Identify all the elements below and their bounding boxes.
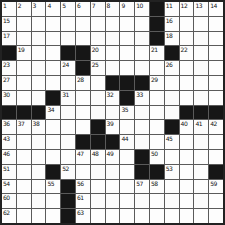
clue-number-51: 51 — [3, 165, 10, 172]
white-cell-r6c15[interactable] — [209, 76, 223, 90]
white-cell-r11c15[interactable] — [209, 150, 223, 164]
clue-number-55: 55 — [47, 180, 54, 187]
crossword-grid: 1234567891011121314151617181920212223242… — [0, 0, 225, 225]
white-cell-r5c5[interactable]: 24 — [61, 61, 75, 75]
white-cell-r10c1[interactable]: 43 — [2, 135, 16, 149]
white-cell-r4c14[interactable] — [194, 46, 208, 60]
white-cell-r1c10[interactable]: 10 — [135, 2, 149, 16]
white-cell-r2c4[interactable] — [46, 17, 60, 31]
white-cell-r7c5[interactable]: 31 — [61, 91, 75, 105]
clue-number-23: 23 — [3, 61, 10, 68]
white-cell-r6c11[interactable]: 29 — [150, 76, 164, 90]
clue-number-13: 13 — [195, 2, 202, 9]
white-cell-r13c13[interactable] — [180, 180, 194, 194]
clue-number-22: 22 — [181, 46, 188, 53]
white-cell-r3c7[interactable] — [91, 32, 105, 46]
clue-number-61: 61 — [77, 194, 84, 201]
clue-number-29: 29 — [151, 76, 158, 83]
white-cell-r8c8[interactable] — [106, 106, 120, 120]
clue-number-12: 12 — [181, 2, 188, 9]
white-cell-r1c14[interactable]: 13 — [194, 2, 208, 16]
white-cell-r12c9[interactable] — [120, 165, 134, 179]
white-cell-r7c13[interactable] — [180, 91, 194, 105]
white-cell-r11c13[interactable] — [180, 150, 194, 164]
black-cell-r4c12 — [165, 46, 179, 60]
black-cell-r1c11 — [150, 2, 164, 16]
white-cell-r6c4[interactable] — [46, 76, 60, 90]
white-cell-r8c4[interactable]: 34 — [46, 106, 60, 120]
white-cell-r5c4[interactable] — [46, 61, 60, 75]
white-cell-r15c11[interactable] — [150, 209, 164, 223]
white-cell-r14c9[interactable] — [120, 194, 134, 208]
white-cell-r7c10[interactable]: 33 — [135, 91, 149, 105]
white-cell-r10c14[interactable] — [194, 135, 208, 149]
clue-number-5: 5 — [62, 2, 65, 9]
white-cell-r5c1[interactable]: 23 — [2, 61, 16, 75]
black-cell-r10c8 — [106, 135, 120, 149]
white-cell-r14c8[interactable] — [106, 194, 120, 208]
white-cell-r12c7[interactable] — [91, 165, 105, 179]
white-cell-r14c12[interactable] — [165, 194, 179, 208]
white-cell-r7c7[interactable] — [91, 91, 105, 105]
white-cell-r5c9[interactable] — [120, 61, 134, 75]
black-cell-r10c7 — [91, 135, 105, 149]
white-cell-r3c12[interactable]: 18 — [165, 32, 179, 46]
black-cell-r2c11 — [150, 17, 164, 31]
white-cell-r1c7[interactable]: 7 — [91, 2, 105, 16]
white-cell-r14c1[interactable]: 60 — [2, 194, 16, 208]
white-cell-r14c6[interactable]: 61 — [76, 194, 90, 208]
clue-number-57: 57 — [136, 180, 143, 187]
white-cell-r4c11[interactable]: 21 — [150, 46, 164, 60]
white-cell-r13c12[interactable] — [165, 180, 179, 194]
clue-number-24: 24 — [62, 61, 69, 68]
black-cell-r5c6 — [76, 61, 90, 75]
clue-number-15: 15 — [3, 17, 10, 24]
clue-number-19: 19 — [18, 46, 25, 53]
white-cell-r13c15[interactable]: 59 — [209, 180, 223, 194]
clue-number-21: 21 — [151, 46, 158, 53]
black-cell-r12c4 — [46, 165, 60, 179]
clue-number-41: 41 — [195, 120, 202, 127]
clue-number-40: 40 — [181, 120, 188, 127]
white-cell-r13c8[interactable] — [106, 180, 120, 194]
white-cell-r1c15[interactable]: 14 — [209, 2, 223, 16]
white-cell-r13c10[interactable]: 57 — [135, 180, 149, 194]
white-cell-r11c6[interactable]: 47 — [76, 150, 90, 164]
clue-number-18: 18 — [166, 32, 173, 39]
white-cell-r11c7[interactable]: 48 — [91, 150, 105, 164]
white-cell-r5c13[interactable] — [180, 61, 194, 75]
white-cell-r1c12[interactable]: 11 — [165, 2, 179, 16]
white-cell-r9c6[interactable] — [76, 120, 90, 134]
black-cell-r14c5 — [61, 194, 75, 208]
white-cell-r9c9[interactable] — [120, 120, 134, 134]
white-cell-r9c5[interactable] — [61, 120, 75, 134]
white-cell-r1c9[interactable]: 9 — [120, 2, 134, 16]
white-cell-r14c11[interactable] — [150, 194, 164, 208]
white-cell-r11c9[interactable] — [120, 150, 134, 164]
white-cell-r8c9[interactable]: 35 — [120, 106, 134, 120]
clue-number-9: 9 — [121, 2, 124, 9]
white-cell-r10c2[interactable] — [17, 135, 31, 149]
white-cell-r10c3[interactable] — [32, 135, 46, 149]
white-cell-r13c9[interactable] — [120, 180, 134, 194]
white-cell-r2c13[interactable] — [180, 17, 194, 31]
white-cell-r10c11[interactable] — [150, 135, 164, 149]
clue-number-11: 11 — [166, 2, 173, 9]
white-cell-r7c3[interactable] — [32, 91, 46, 105]
black-cell-r8c1 — [2, 106, 16, 120]
white-cell-r13c3[interactable] — [32, 180, 46, 194]
white-cell-r12c5[interactable]: 52 — [61, 165, 75, 179]
white-cell-r3c9[interactable] — [120, 32, 134, 46]
white-cell-r10c9[interactable]: 44 — [120, 135, 134, 149]
white-cell-r6c7[interactable] — [91, 76, 105, 90]
clue-number-48: 48 — [92, 150, 99, 157]
white-cell-r5c14[interactable] — [194, 61, 208, 75]
white-cell-r4c8[interactable] — [106, 46, 120, 60]
clue-number-20: 20 — [92, 46, 99, 53]
clue-number-39: 39 — [107, 120, 114, 127]
white-cell-r8c6[interactable] — [76, 106, 90, 120]
white-cell-r6c3[interactable] — [32, 76, 46, 90]
white-cell-r9c11[interactable] — [150, 120, 164, 134]
white-cell-r6c6[interactable]: 28 — [76, 76, 90, 90]
white-cell-r2c12[interactable]: 16 — [165, 17, 179, 31]
white-cell-r14c13[interactable] — [180, 194, 194, 208]
white-cell-r3c5[interactable] — [61, 32, 75, 46]
white-cell-r1c1[interactable]: 1 — [2, 2, 16, 16]
white-cell-r13c6[interactable]: 56 — [76, 180, 90, 194]
white-cell-r15c6[interactable]: 63 — [76, 209, 90, 223]
black-cell-r3c11 — [150, 32, 164, 46]
white-cell-r7c8[interactable]: 32 — [106, 91, 120, 105]
white-cell-r15c1[interactable]: 62 — [2, 209, 16, 223]
black-cell-r13c5 — [61, 180, 75, 194]
white-cell-r15c14[interactable] — [194, 209, 208, 223]
clue-number-6: 6 — [77, 2, 80, 9]
white-cell-r3c2[interactable] — [17, 32, 31, 46]
white-cell-r8c10[interactable] — [135, 106, 149, 120]
white-cell-r14c7[interactable] — [91, 194, 105, 208]
white-cell-r9c8[interactable]: 39 — [106, 120, 120, 134]
white-cell-r14c14[interactable] — [194, 194, 208, 208]
white-cell-r1c6[interactable]: 6 — [76, 2, 90, 16]
white-cell-r3c1[interactable]: 17 — [2, 32, 16, 46]
black-cell-r8c14 — [194, 106, 208, 120]
white-cell-r2c3[interactable] — [32, 17, 46, 31]
white-cell-r9c4[interactable] — [46, 120, 60, 134]
clue-number-56: 56 — [77, 180, 84, 187]
black-cell-r9c7 — [91, 120, 105, 134]
clue-number-38: 38 — [33, 120, 40, 127]
white-cell-r9c3[interactable]: 38 — [32, 120, 46, 134]
clue-number-54: 54 — [3, 180, 10, 187]
white-cell-r7c15[interactable] — [209, 91, 223, 105]
white-cell-r13c7[interactable] — [91, 180, 105, 194]
white-cell-r8c11[interactable] — [150, 106, 164, 120]
white-cell-r14c15[interactable] — [209, 194, 223, 208]
white-cell-r5c7[interactable]: 25 — [91, 61, 105, 75]
white-cell-r8c5[interactable] — [61, 106, 75, 120]
clue-number-31: 31 — [62, 91, 69, 98]
white-cell-r10c10[interactable] — [135, 135, 149, 149]
white-cell-r1c8[interactable]: 8 — [106, 2, 120, 16]
white-cell-r14c4[interactable] — [46, 194, 60, 208]
white-cell-r11c1[interactable]: 46 — [2, 150, 16, 164]
white-cell-r13c1[interactable]: 54 — [2, 180, 16, 194]
black-cell-r10c6 — [76, 135, 90, 149]
white-cell-r7c12[interactable] — [165, 91, 179, 105]
clue-number-28: 28 — [77, 76, 84, 83]
clue-number-3: 3 — [33, 2, 36, 9]
black-cell-r8c13 — [180, 106, 194, 120]
white-cell-r4c15[interactable] — [209, 46, 223, 60]
clue-number-7: 7 — [92, 2, 95, 9]
black-cell-r7c9 — [120, 91, 134, 105]
black-cell-r6c10 — [135, 76, 149, 90]
white-cell-r12c6[interactable] — [76, 165, 90, 179]
black-cell-r4c1 — [2, 46, 16, 60]
white-cell-r6c13[interactable] — [180, 76, 194, 90]
white-cell-r14c3[interactable] — [32, 194, 46, 208]
clue-number-17: 17 — [3, 32, 10, 39]
clue-number-25: 25 — [92, 61, 99, 68]
white-cell-r3c15[interactable] — [209, 32, 223, 46]
white-cell-r9c2[interactable]: 37 — [17, 120, 31, 134]
white-cell-r7c2[interactable] — [17, 91, 31, 105]
white-cell-r12c3[interactable] — [32, 165, 46, 179]
white-cell-r4c3[interactable] — [32, 46, 46, 60]
clue-number-44: 44 — [121, 135, 128, 142]
white-cell-r8c12[interactable] — [165, 106, 179, 120]
white-cell-r3c10[interactable] — [135, 32, 149, 46]
white-cell-r6c12[interactable] — [165, 76, 179, 90]
white-cell-r2c10[interactable] — [135, 17, 149, 31]
white-cell-r6c2[interactable] — [17, 76, 31, 90]
white-cell-r14c10[interactable] — [135, 194, 149, 208]
white-cell-r5c12[interactable]: 26 — [165, 61, 179, 75]
white-cell-r12c13[interactable] — [180, 165, 194, 179]
white-cell-r11c11[interactable]: 50 — [150, 150, 164, 164]
clue-number-49: 49 — [107, 150, 114, 157]
clue-number-34: 34 — [47, 106, 54, 113]
white-cell-r5c8[interactable] — [106, 61, 120, 75]
clue-number-53: 53 — [166, 165, 173, 172]
white-cell-r15c12[interactable] — [165, 209, 179, 223]
white-cell-r10c12[interactable]: 45 — [165, 135, 179, 149]
clue-number-4: 4 — [47, 2, 50, 9]
white-cell-r7c11[interactable] — [150, 91, 164, 105]
white-cell-r2c2[interactable] — [17, 17, 31, 31]
white-cell-r3c13[interactable] — [180, 32, 194, 46]
black-cell-r6c8 — [106, 76, 120, 90]
white-cell-r13c14[interactable] — [194, 180, 208, 194]
clue-number-46: 46 — [3, 150, 10, 157]
clue-number-33: 33 — [136, 91, 143, 98]
clue-number-59: 59 — [210, 180, 217, 187]
clue-number-63: 63 — [77, 209, 84, 216]
white-cell-r13c2[interactable] — [17, 180, 31, 194]
white-cell-r9c10[interactable] — [135, 120, 149, 134]
white-cell-r11c3[interactable] — [32, 150, 46, 164]
white-cell-r1c2[interactable]: 2 — [17, 2, 31, 16]
white-cell-r5c2[interactable] — [17, 61, 31, 75]
clue-number-26: 26 — [166, 61, 173, 68]
clue-number-52: 52 — [62, 165, 69, 172]
white-cell-r3c3[interactable] — [32, 32, 46, 46]
white-cell-r12c14[interactable] — [194, 165, 208, 179]
clue-number-2: 2 — [18, 2, 21, 9]
white-cell-r11c14[interactable] — [194, 150, 208, 164]
black-cell-r12c10 — [135, 165, 149, 179]
black-cell-r4c5 — [61, 46, 75, 60]
white-cell-r8c7[interactable] — [91, 106, 105, 120]
clue-number-27: 27 — [3, 76, 10, 83]
white-cell-r13c11[interactable]: 58 — [150, 180, 164, 194]
white-cell-r6c1[interactable]: 27 — [2, 76, 16, 90]
clue-number-47: 47 — [77, 150, 84, 157]
white-cell-r1c4[interactable]: 4 — [46, 2, 60, 16]
white-cell-r2c6[interactable] — [76, 17, 90, 31]
black-cell-r8c2 — [17, 106, 31, 120]
white-cell-r9c15[interactable]: 42 — [209, 120, 223, 134]
black-cell-r12c11 — [150, 165, 164, 179]
white-cell-r15c7[interactable] — [91, 209, 105, 223]
white-cell-r12c1[interactable]: 51 — [2, 165, 16, 179]
white-cell-r2c5[interactable] — [61, 17, 75, 31]
white-cell-r6c14[interactable] — [194, 76, 208, 90]
white-cell-r5c3[interactable] — [32, 61, 46, 75]
clue-number-37: 37 — [18, 120, 25, 127]
white-cell-r11c2[interactable] — [17, 150, 31, 164]
black-cell-r8c15 — [209, 106, 223, 120]
white-cell-r1c3[interactable]: 3 — [32, 2, 46, 16]
black-cell-r7c4 — [46, 91, 60, 105]
clue-number-35: 35 — [121, 106, 128, 113]
white-cell-r10c13[interactable] — [180, 135, 194, 149]
white-cell-r10c15[interactable] — [209, 135, 223, 149]
clue-number-10: 10 — [136, 2, 143, 9]
white-cell-r1c5[interactable]: 5 — [61, 2, 75, 16]
white-cell-r6c5[interactable] — [61, 76, 75, 90]
white-cell-r9c1[interactable]: 36 — [2, 120, 16, 134]
white-cell-r3c6[interactable] — [76, 32, 90, 46]
white-cell-r3c4[interactable] — [46, 32, 60, 46]
clue-number-58: 58 — [151, 180, 158, 187]
white-cell-r15c9[interactable] — [120, 209, 134, 223]
crossword-puzzle: 1234567891011121314151617181920212223242… — [0, 0, 225, 225]
clue-number-62: 62 — [3, 209, 10, 216]
clue-number-8: 8 — [107, 2, 110, 9]
white-cell-r4c10[interactable] — [135, 46, 149, 60]
clue-number-30: 30 — [3, 91, 10, 98]
white-cell-r9c14[interactable]: 41 — [194, 120, 208, 134]
white-cell-r5c15[interactable] — [209, 61, 223, 75]
white-cell-r11c12[interactable] — [165, 150, 179, 164]
white-cell-r15c2[interactable] — [17, 209, 31, 223]
white-cell-r9c13[interactable]: 40 — [180, 120, 194, 134]
white-cell-r15c13[interactable] — [180, 209, 194, 223]
black-cell-r15c5 — [61, 209, 75, 223]
white-cell-r11c5[interactable] — [61, 150, 75, 164]
white-cell-r7c6[interactable] — [76, 91, 90, 105]
white-cell-r2c14[interactable] — [194, 17, 208, 31]
white-cell-r2c1[interactable]: 15 — [2, 17, 16, 31]
white-cell-r7c14[interactable] — [194, 91, 208, 105]
white-cell-r12c12[interactable]: 53 — [165, 165, 179, 179]
clue-number-60: 60 — [3, 194, 10, 201]
white-cell-r15c15[interactable] — [209, 209, 223, 223]
black-cell-r11c10 — [135, 150, 149, 164]
white-cell-r4c7[interactable]: 20 — [91, 46, 105, 60]
clue-number-36: 36 — [3, 120, 10, 127]
white-cell-r13c4[interactable]: 55 — [46, 180, 60, 194]
clue-number-50: 50 — [151, 150, 158, 157]
white-cell-r4c9[interactable] — [120, 46, 134, 60]
white-cell-r4c4[interactable] — [46, 46, 60, 60]
black-cell-r4c6 — [76, 46, 90, 60]
white-cell-r10c5[interactable] — [61, 135, 75, 149]
black-cell-r8c3 — [32, 106, 46, 120]
black-cell-r9c12 — [165, 120, 179, 134]
white-cell-r2c7[interactable] — [91, 17, 105, 31]
white-cell-r11c4[interactable] — [46, 150, 60, 164]
white-cell-r2c9[interactable] — [120, 17, 134, 31]
clue-number-1: 1 — [3, 2, 6, 9]
clue-number-45: 45 — [166, 135, 173, 142]
white-cell-r11c8[interactable]: 49 — [106, 150, 120, 164]
white-cell-r12c2[interactable] — [17, 165, 31, 179]
white-cell-r2c8[interactable] — [106, 17, 120, 31]
white-cell-r15c10[interactable] — [135, 209, 149, 223]
white-cell-r4c13[interactable]: 22 — [180, 46, 194, 60]
white-cell-r15c3[interactable] — [32, 209, 46, 223]
white-cell-r3c14[interactable] — [194, 32, 208, 46]
white-cell-r15c8[interactable] — [106, 209, 120, 223]
white-cell-r5c10[interactable] — [135, 61, 149, 75]
clue-number-43: 43 — [3, 135, 10, 142]
black-cell-r6c9 — [120, 76, 134, 90]
white-cell-r7c1[interactable]: 30 — [2, 91, 16, 105]
white-cell-r2c15[interactable] — [209, 17, 223, 31]
white-cell-r10c4[interactable] — [46, 135, 60, 149]
white-cell-r5c11[interactable] — [150, 61, 164, 75]
clue-number-42: 42 — [210, 120, 217, 127]
clue-number-14: 14 — [210, 2, 217, 9]
white-cell-r15c4[interactable] — [46, 209, 60, 223]
white-cell-r12c8[interactable] — [106, 165, 120, 179]
white-cell-r4c2[interactable]: 19 — [17, 46, 31, 60]
clue-number-32: 32 — [107, 91, 114, 98]
white-cell-r3c8[interactable] — [106, 32, 120, 46]
black-cell-r12c15 — [209, 165, 223, 179]
clue-number-16: 16 — [166, 17, 173, 24]
white-cell-r14c2[interactable] — [17, 194, 31, 208]
white-cell-r1c13[interactable]: 12 — [180, 2, 194, 16]
